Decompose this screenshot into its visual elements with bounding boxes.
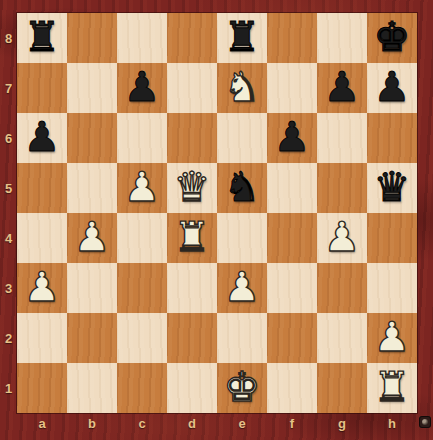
settings-icon-dot	[422, 419, 428, 425]
square-d6[interactable]	[167, 113, 217, 163]
square-h6[interactable]	[367, 113, 417, 163]
square-f8[interactable]	[267, 13, 317, 63]
square-g6[interactable]	[317, 113, 367, 163]
square-b7[interactable]	[67, 63, 117, 113]
square-c2[interactable]	[117, 313, 167, 363]
rank-label-8: 8	[0, 13, 17, 63]
white-pawn-h2[interactable]: ♟	[374, 317, 411, 358]
rank-label-5: 5	[0, 163, 17, 213]
square-d8[interactable]	[167, 13, 217, 63]
square-f2[interactable]	[267, 313, 317, 363]
square-h1[interactable]: ♜	[367, 363, 417, 413]
square-d7[interactable]	[167, 63, 217, 113]
square-h5[interactable]: ♛	[367, 163, 417, 213]
white-pawn-a3[interactable]: ♟	[24, 267, 61, 308]
square-a2[interactable]	[17, 313, 67, 363]
square-e6[interactable]	[217, 113, 267, 163]
square-c7[interactable]: ♟	[117, 63, 167, 113]
white-pawn-g4[interactable]: ♟	[324, 217, 361, 258]
square-b5[interactable]	[67, 163, 117, 213]
square-f5[interactable]	[267, 163, 317, 213]
file-label-c: c	[117, 413, 167, 434]
rank-label-1: 1	[0, 363, 17, 413]
black-rook-e8[interactable]: ♜	[224, 17, 261, 58]
square-a8[interactable]: ♜	[17, 13, 67, 63]
square-h4[interactable]	[367, 213, 417, 263]
square-b8[interactable]	[67, 13, 117, 63]
file-label-g: g	[317, 413, 367, 434]
square-a3[interactable]: ♟	[17, 263, 67, 313]
square-b1[interactable]	[67, 363, 117, 413]
black-pawn-h7[interactable]: ♟	[374, 67, 411, 108]
chess-diagram: { "game": "chess", "position": "r3r2k/2p…	[0, 0, 433, 440]
black-pawn-c7[interactable]: ♟	[124, 67, 161, 108]
square-f3[interactable]	[267, 263, 317, 313]
file-labels: abcdefgh	[17, 413, 417, 434]
square-g1[interactable]	[317, 363, 367, 413]
square-e7[interactable]: ♞	[217, 63, 267, 113]
square-g5[interactable]	[317, 163, 367, 213]
square-c4[interactable]	[117, 213, 167, 263]
square-a4[interactable]	[17, 213, 67, 263]
white-pawn-b4[interactable]: ♟	[74, 217, 111, 258]
square-b4[interactable]: ♟	[67, 213, 117, 263]
square-h2[interactable]: ♟	[367, 313, 417, 363]
square-g8[interactable]	[317, 13, 367, 63]
square-g7[interactable]: ♟	[317, 63, 367, 113]
settings-icon[interactable]	[419, 416, 431, 428]
file-label-b: b	[67, 413, 117, 434]
white-pawn-c5[interactable]: ♟	[124, 167, 161, 208]
rank-label-3: 3	[0, 263, 17, 313]
square-g3[interactable]	[317, 263, 367, 313]
rank-labels: 87654321	[0, 13, 17, 413]
file-label-f: f	[267, 413, 317, 434]
square-c5[interactable]: ♟	[117, 163, 167, 213]
square-c8[interactable]	[117, 13, 167, 63]
file-label-a: a	[17, 413, 67, 434]
square-f4[interactable]	[267, 213, 317, 263]
black-pawn-a6[interactable]: ♟	[24, 117, 61, 158]
square-a6[interactable]: ♟	[17, 113, 67, 163]
square-d2[interactable]	[167, 313, 217, 363]
square-d4[interactable]: ♜	[167, 213, 217, 263]
white-king-e1[interactable]: ♚	[224, 367, 261, 408]
square-a7[interactable]	[17, 63, 67, 113]
square-e5[interactable]: ♞	[217, 163, 267, 213]
square-d1[interactable]	[167, 363, 217, 413]
square-c3[interactable]	[117, 263, 167, 313]
square-h3[interactable]	[367, 263, 417, 313]
square-g4[interactable]: ♟	[317, 213, 367, 263]
black-rook-a8[interactable]: ♜	[24, 17, 61, 58]
square-c1[interactable]	[117, 363, 167, 413]
square-f7[interactable]	[267, 63, 317, 113]
black-pawn-f6[interactable]: ♟	[274, 117, 311, 158]
square-a1[interactable]	[17, 363, 67, 413]
square-b6[interactable]	[67, 113, 117, 163]
board: ♜♜♚♟♞♟♟♟♟♟♛♞♛♟♜♟♟♟♟♚♜	[17, 13, 417, 413]
rank-label-2: 2	[0, 313, 17, 363]
file-label-e: e	[217, 413, 267, 434]
square-f6[interactable]: ♟	[267, 113, 317, 163]
black-king-h8[interactable]: ♚	[374, 17, 411, 58]
square-e3[interactable]: ♟	[217, 263, 267, 313]
square-e8[interactable]: ♜	[217, 13, 267, 63]
rank-label-7: 7	[0, 63, 17, 113]
square-b2[interactable]	[67, 313, 117, 363]
square-h8[interactable]: ♚	[367, 13, 417, 63]
file-label-d: d	[167, 413, 217, 434]
square-a5[interactable]	[17, 163, 67, 213]
white-pawn-e3[interactable]: ♟	[224, 267, 261, 308]
rank-label-4: 4	[0, 213, 17, 263]
square-b3[interactable]	[67, 263, 117, 313]
white-rook-d4[interactable]: ♜	[174, 217, 211, 258]
black-queen-h5[interactable]: ♛	[374, 167, 411, 208]
square-c6[interactable]	[117, 113, 167, 163]
square-d5[interactable]: ♛	[167, 163, 217, 213]
black-knight-e5[interactable]: ♞	[224, 167, 261, 208]
rank-label-6: 6	[0, 113, 17, 163]
square-h7[interactable]: ♟	[367, 63, 417, 113]
square-e2[interactable]	[217, 313, 267, 363]
square-f1[interactable]	[267, 363, 317, 413]
square-e1[interactable]: ♚	[217, 363, 267, 413]
square-g2[interactable]	[317, 313, 367, 363]
black-pawn-g7[interactable]: ♟	[324, 67, 361, 108]
square-e4[interactable]	[217, 213, 267, 263]
white-queen-d5[interactable]: ♛	[174, 167, 211, 208]
file-label-h: h	[367, 413, 417, 434]
white-rook-h1[interactable]: ♜	[374, 367, 411, 408]
square-d3[interactable]	[167, 263, 217, 313]
white-knight-e7[interactable]: ♞	[224, 67, 261, 108]
